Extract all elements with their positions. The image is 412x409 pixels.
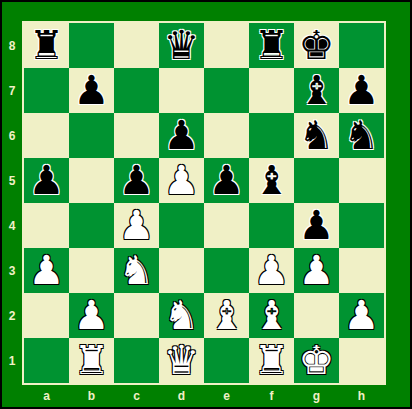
square-g6[interactable]: ♞ — [294, 113, 339, 158]
rank-label-1: 1 — [2, 338, 22, 383]
piece-black-pawn[interactable]: ♟ — [29, 158, 65, 203]
square-f6[interactable] — [249, 113, 294, 158]
square-b6[interactable] — [69, 113, 114, 158]
rank-label-4: 4 — [2, 203, 22, 248]
square-g5[interactable] — [294, 158, 339, 203]
square-g4[interactable]: ♟ — [294, 203, 339, 248]
piece-black-pawn[interactable]: ♟ — [74, 68, 110, 113]
file-label-b: b — [69, 386, 114, 405]
square-h7[interactable]: ♟ — [339, 68, 384, 113]
square-g2[interactable] — [294, 293, 339, 338]
square-h8[interactable] — [339, 23, 384, 68]
rank-label-5: 5 — [2, 158, 22, 203]
piece-white-knight[interactable]: ♞ — [119, 248, 155, 293]
piece-black-pawn[interactable]: ♟ — [119, 158, 155, 203]
square-c7[interactable] — [114, 68, 159, 113]
square-a7[interactable] — [24, 68, 69, 113]
square-f2[interactable]: ♝ — [249, 293, 294, 338]
square-f1[interactable]: ♜ — [249, 338, 294, 383]
square-e1[interactable] — [204, 338, 249, 383]
square-e7[interactable] — [204, 68, 249, 113]
chess-board: ♜♛♜♚♟♝♟♟♞♞♟♟♟♟♝♟♟♟♞♟♟♟♞♝♝♟♜♛♜♚ — [22, 21, 386, 385]
piece-black-rook[interactable]: ♜ — [254, 23, 290, 68]
square-b7[interactable]: ♟ — [69, 68, 114, 113]
square-f5[interactable]: ♝ — [249, 158, 294, 203]
rank-label-3: 3 — [2, 248, 22, 293]
piece-white-king[interactable]: ♚ — [299, 338, 335, 383]
square-a2[interactable] — [24, 293, 69, 338]
square-h2[interactable]: ♟ — [339, 293, 384, 338]
square-f7[interactable] — [249, 68, 294, 113]
square-f3[interactable]: ♟ — [249, 248, 294, 293]
square-b4[interactable] — [69, 203, 114, 248]
rank-label-8: 8 — [2, 23, 22, 68]
rank-labels: 87654321 — [2, 23, 22, 383]
file-label-d: d — [159, 386, 204, 405]
piece-white-pawn[interactable]: ♟ — [164, 158, 200, 203]
square-d3[interactable] — [159, 248, 204, 293]
square-c4[interactable]: ♟ — [114, 203, 159, 248]
piece-white-pawn[interactable]: ♟ — [344, 293, 380, 338]
file-label-g: g — [294, 386, 339, 405]
square-b1[interactable]: ♜ — [69, 338, 114, 383]
square-e8[interactable] — [204, 23, 249, 68]
square-d8[interactable]: ♛ — [159, 23, 204, 68]
piece-white-pawn[interactable]: ♟ — [74, 293, 110, 338]
square-h3[interactable] — [339, 248, 384, 293]
rank-label-2: 2 — [2, 293, 22, 338]
square-a4[interactable] — [24, 203, 69, 248]
file-label-a: a — [24, 386, 69, 405]
square-b8[interactable] — [69, 23, 114, 68]
piece-white-queen[interactable]: ♛ — [164, 338, 200, 383]
piece-black-rook[interactable]: ♜ — [29, 23, 65, 68]
square-g3[interactable]: ♟ — [294, 248, 339, 293]
square-e4[interactable] — [204, 203, 249, 248]
piece-white-pawn[interactable]: ♟ — [29, 248, 65, 293]
piece-white-pawn[interactable]: ♟ — [299, 248, 335, 293]
square-c3[interactable]: ♞ — [114, 248, 159, 293]
square-a6[interactable] — [24, 113, 69, 158]
square-h4[interactable] — [339, 203, 384, 248]
piece-black-bishop[interactable]: ♝ — [299, 68, 335, 113]
square-h1[interactable] — [339, 338, 384, 383]
piece-white-bishop[interactable]: ♝ — [209, 293, 245, 338]
file-labels: abcdefgh — [24, 386, 384, 405]
square-g1[interactable]: ♚ — [294, 338, 339, 383]
square-g8[interactable]: ♚ — [294, 23, 339, 68]
square-c1[interactable] — [114, 338, 159, 383]
piece-white-pawn[interactable]: ♟ — [254, 248, 290, 293]
square-f4[interactable] — [249, 203, 294, 248]
piece-black-king[interactable]: ♚ — [299, 23, 335, 68]
square-d2[interactable]: ♞ — [159, 293, 204, 338]
square-h6[interactable]: ♞ — [339, 113, 384, 158]
square-d4[interactable] — [159, 203, 204, 248]
piece-black-queen[interactable]: ♛ — [164, 23, 200, 68]
square-c2[interactable] — [114, 293, 159, 338]
square-c8[interactable] — [114, 23, 159, 68]
square-h5[interactable] — [339, 158, 384, 203]
square-c6[interactable] — [114, 113, 159, 158]
square-a1[interactable] — [24, 338, 69, 383]
file-label-h: h — [339, 386, 384, 405]
file-label-f: f — [249, 386, 294, 405]
piece-white-pawn[interactable]: ♟ — [119, 203, 155, 248]
square-c5[interactable]: ♟ — [114, 158, 159, 203]
rank-label-6: 6 — [2, 113, 22, 158]
square-d5[interactable]: ♟ — [159, 158, 204, 203]
piece-white-knight[interactable]: ♞ — [164, 293, 200, 338]
piece-white-rook[interactable]: ♜ — [74, 338, 110, 383]
square-a3[interactable]: ♟ — [24, 248, 69, 293]
square-g7[interactable]: ♝ — [294, 68, 339, 113]
square-d1[interactable]: ♛ — [159, 338, 204, 383]
file-label-c: c — [114, 386, 159, 405]
piece-white-bishop[interactable]: ♝ — [254, 293, 290, 338]
square-d6[interactable]: ♟ — [159, 113, 204, 158]
square-a5[interactable]: ♟ — [24, 158, 69, 203]
piece-black-pawn[interactable]: ♟ — [164, 113, 200, 158]
piece-white-rook[interactable]: ♜ — [254, 338, 290, 383]
rank-label-7: 7 — [2, 68, 22, 113]
square-f8[interactable]: ♜ — [249, 23, 294, 68]
file-label-e: e — [204, 386, 249, 405]
square-b5[interactable] — [69, 158, 114, 203]
square-e3[interactable] — [204, 248, 249, 293]
chess-board-window: 87654321 ♜♛♜♚♟♝♟♟♞♞♟♟♟♟♝♟♟♟♞♟♟♟♞♝♝♟♜♛♜♚ … — [0, 0, 412, 409]
square-e6[interactable] — [204, 113, 249, 158]
square-b3[interactable] — [69, 248, 114, 293]
piece-black-bishop[interactable]: ♝ — [254, 158, 290, 203]
square-a8[interactable]: ♜ — [24, 23, 69, 68]
square-e2[interactable]: ♝ — [204, 293, 249, 338]
square-b2[interactable]: ♟ — [69, 293, 114, 338]
square-e5[interactable]: ♟ — [204, 158, 249, 203]
piece-black-knight[interactable]: ♞ — [344, 113, 380, 158]
piece-black-pawn[interactable]: ♟ — [209, 158, 245, 203]
piece-black-knight[interactable]: ♞ — [299, 113, 335, 158]
piece-black-pawn[interactable]: ♟ — [344, 68, 380, 113]
square-d7[interactable] — [159, 68, 204, 113]
piece-black-pawn[interactable]: ♟ — [299, 203, 335, 248]
